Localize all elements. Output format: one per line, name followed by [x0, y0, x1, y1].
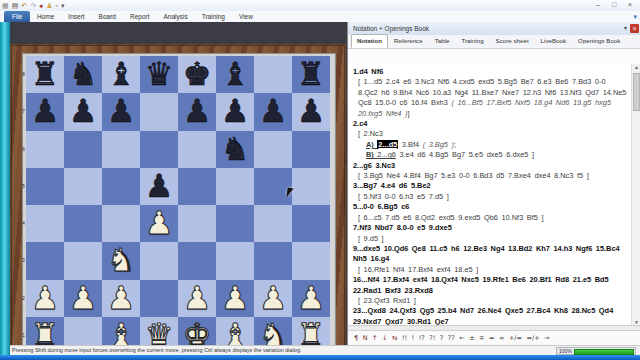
annotation-symbol-toolbar: ¶N↑↓⇆!!!!??!???←±∓=∞+/==/+→: [348, 331, 640, 345]
dropdown-icon[interactable]: ▾: [61, 0, 65, 11]
square-f8[interactable]: ♝: [216, 56, 254, 93]
panel-close-button[interactable]: ×: [630, 24, 639, 33]
square-e4[interactable]: [178, 205, 216, 242]
square-e5[interactable]: [178, 168, 216, 205]
black-pawn: ♟: [140, 168, 178, 205]
square-b2[interactable]: ♟: [64, 280, 102, 317]
title-bar: ▦▤↶↷●♟▪▾ –□×: [0, 0, 640, 11]
square-d8[interactable]: ♛: [140, 56, 178, 93]
notation-scrollbar[interactable]: ▲ ▼: [631, 64, 640, 325]
move-text[interactable]: 3.e4 d6 4.Bg5 Bg7 5.e5 dxe5 6.dxe5 ]: [396, 150, 534, 159]
square-e7[interactable]: ♟: [178, 93, 216, 130]
annotation-symbol[interactable]: ?!: [429, 334, 435, 342]
square-c8[interactable]: ♝: [102, 56, 140, 93]
black-king: ♚: [178, 56, 216, 93]
annotation-symbol[interactable]: ↑: [372, 334, 377, 342]
square-c6[interactable]: [102, 131, 140, 168]
white-pawn: ♟: [178, 280, 216, 317]
square-e2[interactable]: ♟: [178, 280, 216, 317]
user-icon[interactable]: ♟: [46, 0, 52, 11]
window-controls: –□×: [590, 0, 638, 11]
rank-label-1: 1: [21, 333, 26, 338]
white-pawn: ♟: [216, 280, 254, 317]
scroll-up-icon[interactable]: ▲: [632, 64, 640, 70]
square-a5[interactable]: [26, 168, 64, 205]
black-knight: ♞: [216, 131, 254, 168]
white-pawn: ♟: [26, 280, 64, 317]
annotation-symbol[interactable]: !: [412, 334, 415, 342]
move-text[interactable]: [ 3.Bg5 Ne4 4.Bf4 Bg7 5.e3 0-0 6.Bd3 d5 …: [358, 171, 589, 180]
square-g4[interactable]: [254, 205, 292, 242]
move-text[interactable]: 2...g6: [377, 150, 396, 159]
square-d3[interactable]: [140, 242, 178, 279]
square-g2[interactable]: ♟: [254, 280, 292, 317]
notation-line: [ 9.d5 ]: [353, 234, 627, 244]
move-text[interactable]: 9...dxe5 10.Qd6 Qe8 11.c5 h6 12.Be3 Ng4 …: [353, 244, 620, 263]
rank-label-6: 6: [21, 147, 26, 152]
minimize-button[interactable]: –: [590, 0, 606, 11]
square-f6[interactable]: ♞: [216, 131, 254, 168]
notation-line: 2...g6 3.Nc3: [353, 161, 627, 171]
progress-label: 100%: [559, 348, 572, 354]
black-queen: ♛: [140, 56, 178, 93]
square-b5[interactable]: [64, 168, 102, 205]
square-c3[interactable]: ♞: [102, 242, 140, 279]
maximize-button[interactable]: □: [606, 0, 622, 11]
annotation-symbol[interactable]: ?: [440, 334, 443, 342]
annotation-symbol[interactable]: +/=: [509, 334, 522, 342]
annotation-symbol[interactable]: →: [544, 334, 549, 342]
square-a4[interactable]: [26, 205, 64, 242]
status-message: Pressing Shift during move input forces …: [0, 346, 640, 355]
notation-line: 5...0-0 6.Bg5 c6: [353, 202, 627, 212]
move-list: 1.d4 Nf6[ 1...d5 2.c4 e6 3.Nc3 Nf6 4.cxd…: [348, 64, 640, 325]
rank-label-3: 3: [21, 258, 26, 263]
move-text[interactable]: 7.Nf3 Nbd7 8.0-0 e5 9.dxe5: [353, 223, 452, 232]
notation-line: 9...dxe5 10.Qd6 Qe8 11.c5 h6 12.Be3 Ng4 …: [353, 244, 627, 265]
black-pawn: ♟: [292, 93, 330, 130]
rank-label-4: 4: [21, 221, 26, 226]
white-pawn: ♟: [292, 280, 330, 317]
selected-move[interactable]: 2...d5: [377, 140, 398, 149]
tab-training[interactable]: Training: [455, 34, 489, 48]
square-g6[interactable]: [254, 131, 292, 168]
save-icon[interactable]: ▤: [12, 0, 19, 11]
annotation-symbol[interactable]: ↓: [382, 334, 387, 342]
white-pawn: ♟: [140, 205, 178, 242]
notation-panel: Notation + Openings Book ▾ × NotationRef…: [347, 22, 640, 345]
tab-openings-book[interactable]: Openings Book: [572, 34, 626, 48]
annotation-symbol[interactable]: ∞: [499, 334, 504, 342]
black-rook: ♜: [26, 56, 64, 93]
move-text[interactable]: 2.c4: [353, 119, 367, 128]
bottom-edge-strip: [0, 355, 640, 360]
notation-line: [ 1...d5 2.c4 e6 3.Nc3 Nf6 4.cxd5 exd5 5…: [353, 77, 627, 119]
square-c4[interactable]: [102, 205, 140, 242]
annotation-symbol[interactable]: =: [489, 334, 494, 342]
square-d2[interactable]: [140, 280, 178, 317]
notation-line: [ 5.Nf3 0-0 6.h3 e5 7.d5 ]: [353, 192, 627, 202]
book-progress-indicator: 100%: [556, 347, 636, 355]
move-text[interactable]: 1.d4 Nf6: [353, 67, 383, 76]
square-e8[interactable]: ♚: [178, 56, 216, 93]
move-text[interactable]: 23...Qxd8 24.Qxf3 Qg5 25.b4 Nd7 26.Ne4 Q…: [353, 306, 613, 325]
square-c5[interactable]: [102, 168, 140, 205]
square-d7[interactable]: [140, 93, 178, 130]
black-knight: ♞: [64, 56, 102, 93]
move-text[interactable]: [ 5.Nf3 0-0 6.h3 e5 7.d5 ]: [358, 192, 449, 201]
square-b7[interactable]: ♟: [64, 93, 102, 130]
square-g3[interactable]: [254, 242, 292, 279]
square-d5[interactable]: ♟: [140, 168, 178, 205]
square-a6[interactable]: [26, 131, 64, 168]
notation-line: [ 3.Bg5 Ne4 4.Bf4 Bg7 5.e3 0-0 6.Bd3 d5 …: [353, 171, 627, 181]
tab-reference[interactable]: Reference: [388, 34, 429, 48]
scrollbar-thumb[interactable]: [633, 73, 640, 111]
black-bishop: ♝: [102, 56, 140, 93]
left-edge-strip: [0, 22, 10, 355]
square-f4[interactable]: [216, 205, 254, 242]
white-pawn: ♟: [254, 280, 292, 317]
square-a8[interactable]: ♜: [26, 56, 64, 93]
annotation-symbol[interactable]: !!: [402, 334, 407, 342]
move-text[interactable]: ( 3.Bg5 ): [423, 140, 454, 149]
notation-line: 16...Nf4 17.Bxf4 exf4 18.Qxf4 Nxc5 19.Rf…: [353, 275, 627, 296]
move-text[interactable]: A): [366, 140, 377, 149]
square-d4[interactable]: ♟: [140, 205, 178, 242]
move-text[interactable]: 2...g6 3.Nc3: [353, 161, 395, 170]
chess-application-window: ▦▤↶↷●♟▪▾ –□× File HomeInsertBoardReportA…: [0, 0, 640, 360]
file-menu-button[interactable]: File: [4, 11, 30, 22]
move-text[interactable]: [ 6...c5 7.d5 e6 8.Qd2 exd5 9.exd5 Qb6 1…: [358, 213, 544, 222]
board-pane: ♜♞♝♛♚♝♜♟♟♟♟♟♟♟♞♟♟♞♟♟♟♟♟♟♟♜♝♛♚♝♞♜ 8765432…: [0, 22, 347, 345]
panel-tab-bar: NotationReferenceTableTrainingScore shee…: [348, 35, 640, 49]
annotation-symbol[interactable]: ??: [448, 334, 455, 342]
square-b6[interactable]: [64, 131, 102, 168]
notation-line: 1.d4 Nf6: [353, 67, 627, 77]
move-text[interactable]: [ 2.Nc3: [358, 129, 383, 138]
rank-label-2: 2: [21, 296, 26, 301]
square-f3[interactable]: [216, 242, 254, 279]
black-pawn: ♟: [64, 93, 102, 130]
move-text[interactable]: 3...Bg7 4.e4 d6 5.Be2: [353, 181, 431, 190]
annotation-symbol[interactable]: ⇆: [392, 334, 397, 342]
move-text[interactable]: B): [366, 150, 377, 159]
square-h2[interactable]: ♟: [292, 280, 330, 317]
move-text[interactable]: ;: [454, 140, 456, 149]
move-text[interactable]: 3.Bf4: [398, 140, 422, 149]
black-bishop: ♝: [216, 56, 254, 93]
tab-livebook[interactable]: LiveBook: [535, 34, 572, 48]
move-text[interactable]: 16...Nf4 17.Bxf4 exf4 18.Qxf4 Nxc5 19.Rf…: [353, 275, 609, 294]
square-f7[interactable]: ♟: [216, 93, 254, 130]
ribbon-tab-report[interactable]: Report: [123, 11, 157, 22]
square-b8[interactable]: ♞: [64, 56, 102, 93]
square-c7[interactable]: ♟: [102, 93, 140, 130]
redo-icon[interactable]: ↷: [30, 0, 36, 11]
ribbon-tab-board[interactable]: Board: [92, 11, 123, 22]
square-b4[interactable]: [64, 205, 102, 242]
annotation-symbol[interactable]: ←: [459, 334, 464, 342]
tab-notation[interactable]: Notation: [351, 34, 388, 48]
notation-line: [ 2.Nc3: [353, 129, 627, 139]
white-knight: ♞: [102, 242, 140, 279]
square-e6[interactable]: [178, 131, 216, 168]
move-text[interactable]: [ 16.Rfe1 Nf4 17.Bxf4 exf4 18.e5 ]: [358, 265, 478, 274]
square-g5[interactable]: [254, 168, 292, 205]
annotation-symbol[interactable]: !?: [419, 334, 425, 342]
pin-icon[interactable]: ▪: [56, 0, 58, 11]
tab-score-sheet[interactable]: Score sheet: [490, 34, 535, 48]
square-h8[interactable]: ♜: [292, 56, 330, 93]
rank-label-5: 5: [21, 184, 26, 189]
ribbon-tab-home[interactable]: Home: [30, 11, 61, 22]
ribbon-tab-analysis[interactable]: Analysis: [156, 11, 194, 22]
move-text[interactable]: [ 23.Qxf3 Rxd1 ]: [358, 296, 416, 305]
undo-icon[interactable]: ↶: [21, 0, 27, 11]
ribbon-collapse-icon[interactable]: ▾: [633, 11, 637, 22]
annotation-symbol[interactable]: =/+: [527, 334, 540, 342]
notation-view: 1.d4 Nf6[ 1...d5 2.c4 e6 3.Nc3 Nf6 4.cxd…: [348, 64, 640, 325]
annotation-symbol[interactable]: ¶: [354, 334, 358, 342]
square-a3[interactable]: [26, 242, 64, 279]
tab-table[interactable]: Table: [429, 34, 456, 48]
record-icon[interactable]: ●: [39, 0, 43, 11]
ribbon-tab-view[interactable]: View: [232, 11, 260, 22]
square-f2[interactable]: ♟: [216, 280, 254, 317]
notation-line: 7.Nf3 Nbd7 8.0-0 e5 9.dxe5: [353, 223, 627, 233]
annotation-symbol[interactable]: ∓: [479, 334, 484, 342]
square-f5[interactable]: [216, 168, 254, 205]
square-h5[interactable]: [292, 168, 330, 205]
white-pawn: ♟: [102, 280, 140, 317]
notation-line: 3...Bg7 4.e4 d6 5.Be2: [353, 181, 627, 191]
annotation-symbol[interactable]: ±: [469, 334, 474, 342]
quick-access-toolbar: ▦▤↶↷●♟▪▾: [2, 0, 65, 11]
notation-line: [ 23.Qxf3 Rxd1 ]: [353, 296, 627, 306]
square-d6[interactable]: [140, 131, 178, 168]
square-b3[interactable]: [64, 242, 102, 279]
rank-label-8: 8: [21, 72, 26, 77]
square-g8[interactable]: [254, 56, 292, 93]
notation-line: [ 16.Rfe1 Nf4 17.Bxf4 exf4 18.e5 ]: [353, 265, 627, 275]
white-pawn: ♟: [64, 280, 102, 317]
notation-line: B) 2...g6 3.e4 d6 4.Bg5 Bg7 5.e5 dxe5 6.…: [353, 150, 627, 160]
black-pawn: ♟: [216, 93, 254, 130]
move-text[interactable]: [ 9.d5 ]: [358, 234, 384, 243]
square-a7[interactable]: ♟: [26, 93, 64, 130]
chess-board: ♜♞♝♛♚♝♜♟♟♟♟♟♟♟♞♟♟♞♟♟♟♟♟♟♟♜♝♛♚♝♞♜: [26, 56, 330, 354]
square-a2[interactable]: ♟: [26, 280, 64, 317]
square-c2[interactable]: ♟: [102, 280, 140, 317]
move-text[interactable]: 5...0-0 6.Bg5 c6: [353, 202, 409, 211]
close-button[interactable]: ×: [622, 0, 638, 11]
square-h7[interactable]: ♟: [292, 93, 330, 130]
notation-line: 23...Qxd8 24.Qxf3 Qg5 25.b4 Nd7 26.Ne4 Q…: [353, 306, 627, 325]
square-h6[interactable]: [292, 131, 330, 168]
square-h4[interactable]: [292, 205, 330, 242]
notation-line: A) 2...d5 3.Bf4 ( 3.Bg5 );: [353, 140, 627, 150]
rank-label-7: 7: [21, 109, 26, 114]
ribbon-menu: HomeInsertBoardReportAnalysisTrainingVie…: [30, 11, 260, 22]
square-h3[interactable]: [292, 242, 330, 279]
annotation-symbol[interactable]: N: [363, 334, 368, 342]
square-e3[interactable]: [178, 242, 216, 279]
ribbon-tab-training[interactable]: Training: [195, 11, 232, 22]
ribbon-tab-insert[interactable]: Insert: [61, 11, 91, 22]
panel-toolbar-area: [348, 49, 640, 65]
black-rook: ♜: [292, 56, 330, 93]
black-pawn: ♟: [178, 93, 216, 130]
app-icon[interactable]: ▦: [2, 0, 9, 11]
black-pawn: ♟: [102, 93, 140, 130]
move-text[interactable]: ]: [407, 109, 409, 118]
black-pawn: ♟: [254, 93, 292, 130]
notation-line: [ 6...c5 7.d5 e6 8.Qd2 exd5 9.exd5 Qb6 1…: [353, 213, 627, 223]
notation-line: 2.c4: [353, 119, 627, 129]
square-g7[interactable]: ♟: [254, 93, 292, 130]
status-bar: Pressing Shift during move input forces …: [0, 345, 640, 355]
black-pawn: ♟: [26, 93, 64, 130]
